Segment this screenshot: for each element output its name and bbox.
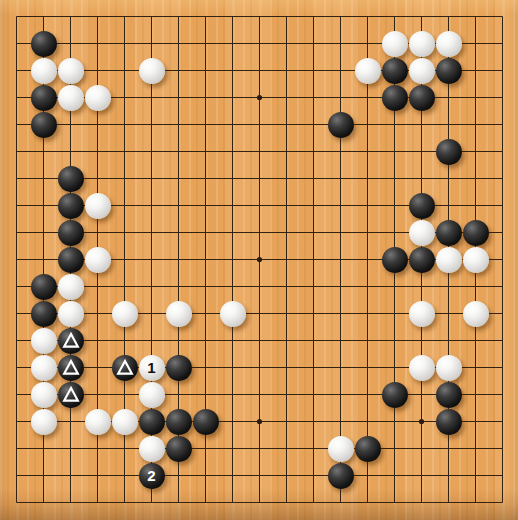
black-stone[interactable]: [355, 436, 381, 462]
white-stone[interactable]: [382, 31, 408, 57]
black-stone[interactable]: [58, 220, 84, 246]
black-stone[interactable]: [328, 463, 354, 489]
black-stone[interactable]: [328, 112, 354, 138]
white-stone[interactable]: [166, 301, 192, 327]
white-stone[interactable]: 1: [139, 355, 165, 381]
black-stone[interactable]: [58, 166, 84, 192]
white-stone[interactable]: [31, 328, 57, 354]
white-stone[interactable]: [409, 58, 435, 84]
black-stone[interactable]: [58, 328, 84, 354]
white-stone[interactable]: [463, 301, 489, 327]
triangle-mark: [61, 331, 81, 351]
white-stone[interactable]: [139, 58, 165, 84]
black-stone[interactable]: [409, 247, 435, 273]
white-stone[interactable]: [85, 247, 111, 273]
move-number-label: 1: [147, 360, 155, 375]
white-stone[interactable]: [31, 382, 57, 408]
white-stone[interactable]: [31, 409, 57, 435]
white-stone[interactable]: [409, 301, 435, 327]
black-stone[interactable]: [409, 85, 435, 111]
white-stone[interactable]: [436, 355, 462, 381]
black-stone[interactable]: [31, 112, 57, 138]
black-stone[interactable]: [382, 85, 408, 111]
black-stone[interactable]: [31, 301, 57, 327]
black-stone[interactable]: [193, 409, 219, 435]
triangle-mark: [115, 358, 135, 378]
black-stone[interactable]: [58, 382, 84, 408]
white-stone[interactable]: [58, 301, 84, 327]
black-stone[interactable]: [436, 139, 462, 165]
white-stone[interactable]: [436, 31, 462, 57]
white-stone[interactable]: [355, 58, 381, 84]
black-stone[interactable]: [436, 58, 462, 84]
black-stone[interactable]: [382, 247, 408, 273]
white-stone[interactable]: [220, 301, 246, 327]
white-stone[interactable]: [58, 58, 84, 84]
black-stone[interactable]: [382, 58, 408, 84]
black-stone[interactable]: [436, 409, 462, 435]
white-stone[interactable]: [112, 409, 138, 435]
white-stone[interactable]: [112, 301, 138, 327]
triangle-mark: [61, 385, 81, 405]
black-stone[interactable]: [409, 193, 435, 219]
black-stone[interactable]: [139, 409, 165, 435]
black-stone[interactable]: [31, 85, 57, 111]
black-stone[interactable]: [31, 31, 57, 57]
black-stone[interactable]: [31, 274, 57, 300]
white-stone[interactable]: [58, 85, 84, 111]
white-stone[interactable]: [328, 436, 354, 462]
white-stone[interactable]: [463, 247, 489, 273]
white-stone[interactable]: [139, 382, 165, 408]
black-stone[interactable]: [166, 355, 192, 381]
white-stone[interactable]: [58, 274, 84, 300]
white-stone[interactable]: [85, 409, 111, 435]
black-stone[interactable]: [58, 355, 84, 381]
black-stone[interactable]: [436, 220, 462, 246]
black-stone[interactable]: [463, 220, 489, 246]
white-stone[interactable]: [85, 85, 111, 111]
white-stone[interactable]: [31, 355, 57, 381]
black-stone[interactable]: [166, 409, 192, 435]
black-stone[interactable]: 2: [139, 463, 165, 489]
white-stone[interactable]: [409, 220, 435, 246]
white-stone[interactable]: [31, 58, 57, 84]
white-stone[interactable]: [139, 436, 165, 462]
triangle-mark: [61, 358, 81, 378]
black-stone[interactable]: [58, 193, 84, 219]
move-number-label: 2: [147, 468, 155, 483]
white-stone[interactable]: [409, 31, 435, 57]
go-board: 12: [0, 0, 518, 520]
white-stone[interactable]: [85, 193, 111, 219]
black-stone[interactable]: [166, 436, 192, 462]
white-stone[interactable]: [409, 355, 435, 381]
black-stone[interactable]: [436, 382, 462, 408]
board-grid[interactable]: 12: [3, 3, 516, 516]
black-stone[interactable]: [382, 382, 408, 408]
white-stone[interactable]: [436, 247, 462, 273]
black-stone[interactable]: [112, 355, 138, 381]
black-stone[interactable]: [58, 247, 84, 273]
